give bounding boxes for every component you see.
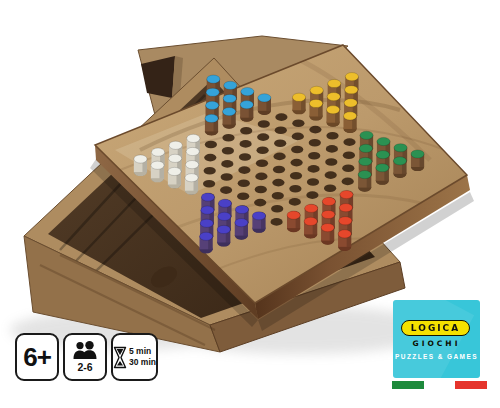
hole (240, 127, 252, 135)
hole (324, 184, 336, 192)
italian-flag (392, 381, 487, 389)
age-badge: 6+ (15, 333, 59, 381)
hole (325, 171, 337, 179)
hole (204, 167, 216, 175)
players-label: 2-6 (77, 361, 92, 373)
hourglass-icon (113, 346, 127, 369)
hole (326, 132, 338, 140)
peg-blue (240, 101, 253, 122)
hole (343, 138, 355, 146)
peg-green (411, 150, 424, 171)
flag-white (424, 381, 456, 389)
hole (289, 198, 301, 206)
hole (254, 199, 266, 207)
peg-red (287, 211, 300, 232)
hole (220, 186, 232, 194)
hole (222, 134, 234, 142)
flag-green (392, 381, 424, 389)
hole (203, 180, 215, 188)
peg-yellow (292, 93, 305, 114)
peg-white (168, 167, 181, 188)
hole (308, 165, 320, 173)
hole (342, 178, 354, 186)
hole (255, 186, 267, 194)
hole (239, 153, 251, 161)
hole (291, 146, 303, 154)
peg-yellow (326, 106, 339, 127)
time-short-label: 5 min (129, 346, 156, 357)
hole (238, 179, 250, 187)
peg-yellow (343, 112, 356, 133)
time-long-label: 30 min (129, 357, 156, 368)
hole (307, 178, 319, 186)
hole (309, 126, 321, 134)
hole (289, 185, 301, 193)
peg-red (321, 224, 334, 245)
peg-purple (252, 212, 265, 233)
hole (272, 192, 284, 200)
hole (258, 120, 270, 128)
hole (306, 191, 318, 199)
brand-tagline: PUZZLES & GAMES (393, 353, 480, 360)
brand-name-line2: GIOCHI (393, 339, 480, 348)
hole (326, 145, 338, 153)
peg-white (151, 161, 164, 182)
peg-red (304, 217, 317, 238)
hole (221, 160, 233, 168)
hole (256, 160, 268, 168)
peg-purple (235, 219, 248, 240)
brand-logo: LOGICA GIOCHI PUZZLES & GAMES (393, 300, 480, 390)
hole (255, 173, 267, 181)
peg-green (358, 170, 371, 191)
hole (292, 133, 304, 141)
hole (275, 113, 287, 121)
hole (342, 165, 354, 173)
hole (271, 218, 283, 226)
hole (290, 172, 302, 180)
peg-purple (217, 225, 230, 246)
time-badge: 5 min 30 min (111, 333, 158, 381)
hole (240, 140, 252, 148)
hole (292, 120, 304, 128)
peg-green (376, 164, 389, 185)
logo-pill: LOGICA (401, 320, 470, 336)
hole (291, 159, 303, 167)
info-badges: 6+ 2-6 5 min 30 min (15, 333, 158, 381)
hole (325, 158, 337, 166)
peg-blue (258, 94, 271, 115)
brand-name-line1: LOGICA (411, 324, 460, 333)
hole (205, 141, 217, 149)
hole (221, 173, 233, 181)
peg-red (338, 230, 351, 251)
hole (275, 126, 287, 134)
peg-green (393, 157, 406, 178)
hole (257, 133, 269, 141)
peg-white (185, 174, 198, 195)
peg-blue (205, 114, 218, 135)
peg-white (134, 155, 147, 176)
hole (308, 152, 320, 160)
peg-purple (200, 232, 213, 253)
hole (238, 166, 250, 174)
hole (274, 140, 286, 148)
hole (204, 154, 216, 162)
peg-yellow (309, 99, 322, 120)
hole (309, 139, 321, 147)
hole (274, 153, 286, 161)
peg-blue (223, 107, 236, 128)
hole (257, 146, 269, 154)
product-image: 6+ 2-6 5 min 30 min (0, 0, 500, 408)
hole (272, 179, 284, 187)
hole (271, 205, 283, 213)
players-icon (72, 341, 98, 360)
hole (273, 166, 285, 174)
age-label: 6+ (23, 342, 51, 373)
logo-background: LOGICA GIOCHI PUZZLES & GAMES (393, 300, 480, 378)
flag-red (455, 381, 487, 389)
players-badge: 2-6 (63, 333, 107, 381)
hole (343, 151, 355, 159)
hole (222, 147, 234, 155)
hole (237, 193, 249, 201)
